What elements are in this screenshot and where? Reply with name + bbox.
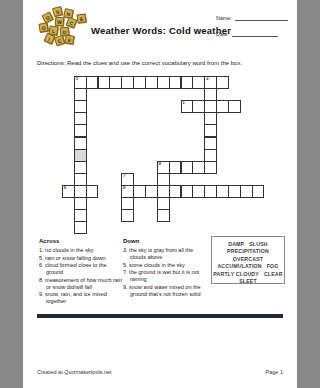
letter-tile-icon: W [55, 17, 65, 27]
clue-item: 9. snow, rain, and ice mixed together [39, 291, 123, 305]
worksheet-page: SNOWCEOLDICE Weather Words: Cold weather… [23, 0, 297, 388]
down-clues: Down 3. the sky is gray from all the clo… [123, 238, 209, 298]
clue-number: 3 [206, 77, 209, 82]
grid-cell[interactable] [157, 209, 170, 222]
word-bank-line: PRECIPITATION [212, 248, 284, 255]
letter-tile-icon: O [41, 11, 53, 23]
clue-item: 6. cloud formed close to the ground [39, 262, 123, 276]
clue-number: 8 [123, 186, 126, 191]
down-header: Down [123, 238, 209, 245]
directions-text: Directions: Read the clues and use the c… [37, 60, 242, 66]
across-header: Across [39, 238, 123, 245]
across-clue-list: 1. no clouds in the sky5. rain or snow f… [39, 247, 123, 305]
clue-item: 5. rain or snow falling down [39, 255, 123, 262]
clue-number: 9 [159, 162, 162, 167]
bottom-divider-bar [37, 314, 283, 318]
clue-item: 8. measurement of how much rain or snow … [39, 277, 123, 291]
word-bank-line: SLEET [212, 278, 284, 285]
word-bank-line: ACCUMULATION FOG [212, 263, 284, 270]
letter-tile-icon: O [38, 22, 48, 32]
letter-tile-icon: S [52, 6, 63, 17]
clue-item: 9. snow and water mixed on the ground th… [123, 284, 209, 298]
across-clues: Across 1. no clouds in the sky5. rain or… [39, 238, 123, 306]
crossword-grid: 5319768 [62, 76, 264, 234]
date-line[interactable] [232, 30, 278, 37]
date-label: Date: [216, 31, 229, 37]
name-label: Name: [216, 15, 232, 21]
clue-item: 7. the ground is wet but it is not raini… [123, 269, 209, 283]
letter-tile-icon: E [64, 34, 74, 44]
down-clue-list: 3. the sky is gray from all the clouds a… [123, 247, 209, 298]
footer-credit: Created at Quizmakertools.net [37, 369, 112, 375]
word-bank-line: OVERCAST [212, 256, 284, 263]
grid-cell[interactable] [204, 161, 217, 174]
grid-cell[interactable] [74, 221, 87, 234]
clue-number: 5 [76, 77, 79, 82]
word-bank-line: DAMP SLUSH [212, 241, 284, 248]
word-bank-box: DAMP SLUSHPRECIPITATIONOVERCASTACCUMULAT… [211, 236, 285, 284]
clue-number: 7 [123, 174, 126, 179]
word-bank-line: PARTLY CLOUDY CLEAR [212, 271, 284, 278]
letter-tile-icon: E [76, 13, 86, 23]
name-date-block: Name: Date: [216, 14, 288, 46]
clue-item: 1. no clouds in the sky [39, 247, 123, 254]
grid-cell[interactable] [121, 209, 134, 222]
footer-page-number: Page 1 [266, 369, 283, 375]
grid-cell[interactable] [252, 185, 265, 198]
clue-item: 5. some clouds in the sky [123, 262, 209, 269]
name-line[interactable] [235, 14, 288, 21]
clue-number: 1 [182, 101, 185, 106]
clue-number: 6 [64, 186, 67, 191]
clue-item: 3. the sky is gray from all the clouds a… [123, 247, 209, 261]
grid-cell[interactable] [228, 100, 241, 113]
grid-cell[interactable] [216, 76, 229, 89]
grid-cell[interactable] [86, 185, 99, 198]
